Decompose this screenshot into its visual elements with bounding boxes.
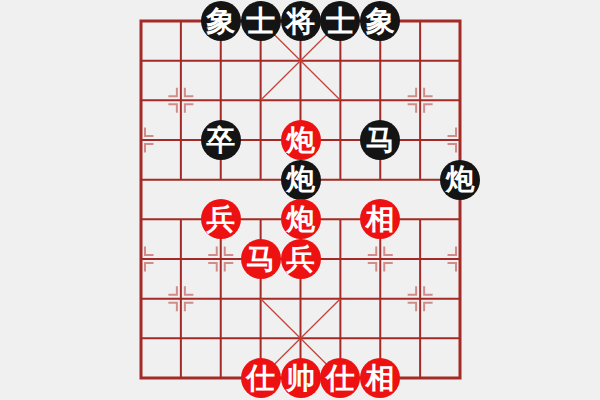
- piece-red-advisor[interactable]: 仕: [320, 358, 360, 398]
- piece-black-advisor[interactable]: 士: [320, 1, 360, 41]
- piece-red-cannon[interactable]: 炮: [281, 199, 321, 239]
- piece-black-horse[interactable]: 马: [360, 120, 400, 160]
- piece-black-cannon[interactable]: 炮: [440, 160, 480, 200]
- xiangqi-board[interactable]: 象士将士象卒炮马炮炮兵炮相马兵仕帅仕相: [141, 21, 460, 378]
- piece-black-soldier[interactable]: 卒: [201, 120, 241, 160]
- piece-black-elephant[interactable]: 象: [360, 1, 400, 41]
- piece-red-elephant[interactable]: 相: [360, 199, 400, 239]
- piece-red-soldier[interactable]: 兵: [201, 199, 241, 239]
- piece-black-elephant[interactable]: 象: [201, 1, 241, 41]
- piece-red-general[interactable]: 帅: [281, 358, 321, 398]
- xiangqi-app-canvas: 象士将士象卒炮马炮炮兵炮相马兵仕帅仕相: [0, 0, 600, 400]
- piece-red-advisor[interactable]: 仕: [241, 358, 281, 398]
- piece-red-elephant[interactable]: 相: [360, 358, 400, 398]
- piece-black-advisor[interactable]: 士: [241, 1, 281, 41]
- piece-red-horse[interactable]: 马: [241, 239, 281, 279]
- pieces-layer: 象士将士象卒炮马炮炮兵炮相马兵仕帅仕相: [141, 21, 460, 378]
- piece-black-cannon[interactable]: 炮: [281, 160, 321, 200]
- piece-red-cannon[interactable]: 炮: [281, 120, 321, 160]
- piece-black-general[interactable]: 将: [281, 1, 321, 41]
- piece-red-soldier[interactable]: 兵: [281, 239, 321, 279]
